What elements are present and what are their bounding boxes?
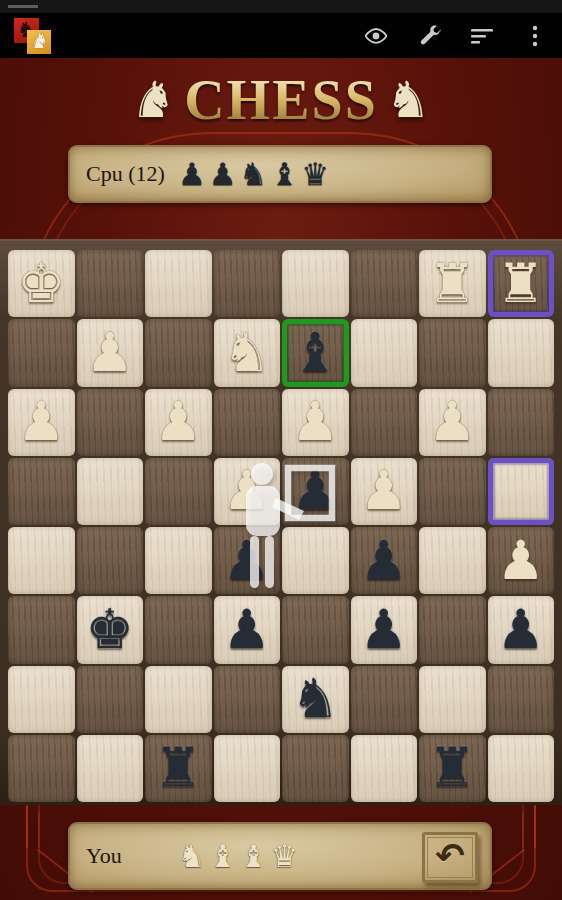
square-c3[interactable] — [145, 596, 212, 663]
captured-black-bishop: ♝ — [270, 159, 298, 190]
wrench-icon[interactable] — [416, 23, 442, 49]
square-f6[interactable] — [351, 389, 418, 456]
square-e8[interactable] — [282, 250, 349, 317]
square-f8[interactable] — [351, 250, 418, 317]
game-header: ♞ CHESS ♞ — [0, 58, 562, 142]
square-h5[interactable] — [488, 458, 555, 525]
undo-arrow-icon: ↶ — [435, 836, 464, 876]
square-g3[interactable] — [419, 596, 486, 663]
piece-black-bishop[interactable]: ♝ — [291, 326, 339, 380]
cpu-label: Cpu (12) — [86, 161, 178, 187]
captured-white-knight: ♞ — [178, 841, 206, 872]
square-e2[interactable]: ♞ — [282, 666, 349, 733]
white-knight-logo-icon: ♞ — [30, 31, 49, 52]
action-bar: ♞ ♞ — [0, 13, 562, 58]
square-b1[interactable] — [77, 735, 144, 802]
undo-button[interactable]: ↶ — [422, 832, 478, 883]
piece-white-pawn[interactable]: ♟ — [291, 395, 339, 449]
cpu-captured-tray: ♟♟♞♝♛ — [178, 159, 329, 190]
square-a3[interactable] — [8, 596, 75, 663]
piece-white-rook[interactable]: ♜ — [497, 257, 545, 311]
square-h6[interactable] — [488, 389, 555, 456]
square-c5[interactable] — [145, 458, 212, 525]
square-h4[interactable]: ♟ — [488, 527, 555, 594]
square-c1[interactable]: ♜ — [145, 735, 212, 802]
piece-black-pawn[interactable]: ♟ — [360, 534, 408, 588]
chess-app-screen: ♞ ♞ — [0, 0, 562, 900]
square-b3[interactable]: ♚ — [77, 596, 144, 663]
piece-white-king[interactable]: ♚ — [17, 257, 65, 311]
cpu-panel: Cpu (12) ♟♟♞♝♛ — [68, 145, 492, 203]
square-g4[interactable] — [419, 527, 486, 594]
square-h8[interactable]: ♜ — [488, 250, 555, 317]
piece-white-pawn[interactable]: ♟ — [428, 395, 476, 449]
square-h2[interactable] — [488, 666, 555, 733]
square-a7[interactable] — [8, 319, 75, 386]
moves-list-icon[interactable] — [469, 23, 495, 49]
square-g5[interactable] — [419, 458, 486, 525]
square-c4[interactable] — [145, 527, 212, 594]
piece-white-pawn[interactable]: ♟ — [497, 534, 545, 588]
square-a1[interactable] — [8, 735, 75, 802]
square-g2[interactable] — [419, 666, 486, 733]
square-c2[interactable] — [145, 666, 212, 733]
captured-black-knight: ♞ — [240, 159, 268, 190]
square-f4[interactable]: ♟ — [351, 527, 418, 594]
square-a6[interactable]: ♟ — [8, 389, 75, 456]
square-a5[interactable] — [8, 458, 75, 525]
you-label: You — [86, 843, 178, 869]
square-e7[interactable]: ♝ — [282, 319, 349, 386]
left-knight-icon: ♞ — [131, 75, 176, 125]
square-h3[interactable]: ♟ — [488, 596, 555, 663]
piece-white-pawn[interactable]: ♟ — [154, 395, 202, 449]
square-e3[interactable] — [282, 596, 349, 663]
app-logo-icon: ♞ ♞ — [14, 18, 51, 54]
you-captured-tray: ♞♝♝♛ — [178, 841, 298, 872]
square-d2[interactable] — [214, 666, 281, 733]
right-knight-icon: ♞ — [386, 75, 431, 125]
square-f5[interactable]: ♟ — [351, 458, 418, 525]
piece-black-rook[interactable]: ♜ — [428, 741, 476, 795]
page-title: CHESS — [184, 68, 378, 132]
square-a8[interactable]: ♚ — [8, 250, 75, 317]
square-b8[interactable] — [77, 250, 144, 317]
piece-white-pawn[interactable]: ♟ — [360, 464, 408, 518]
square-e6[interactable]: ♟ — [282, 389, 349, 456]
square-c6[interactable]: ♟ — [145, 389, 212, 456]
square-b6[interactable] — [77, 389, 144, 456]
square-a4[interactable] — [8, 527, 75, 594]
captured-white-bishop: ♝ — [240, 841, 268, 872]
overflow-menu-icon[interactable] — [522, 23, 548, 49]
square-b7[interactable]: ♟ — [77, 319, 144, 386]
square-b2[interactable] — [77, 666, 144, 733]
square-d6[interactable] — [214, 389, 281, 456]
square-g8[interactable]: ♜ — [419, 250, 486, 317]
piece-black-knight[interactable]: ♞ — [291, 672, 339, 726]
piece-black-pawn[interactable]: ♟ — [223, 603, 271, 657]
square-f2[interactable] — [351, 666, 418, 733]
captured-black-pawn: ♟ — [209, 159, 237, 190]
captured-white-bishop: ♝ — [209, 841, 237, 872]
square-g6[interactable]: ♟ — [419, 389, 486, 456]
piece-white-knight[interactable]: ♞ — [223, 326, 271, 380]
square-f1[interactable] — [351, 735, 418, 802]
square-g1[interactable]: ♜ — [419, 735, 486, 802]
captured-black-queen: ♛ — [301, 159, 329, 190]
square-d1[interactable] — [214, 735, 281, 802]
square-h1[interactable] — [488, 735, 555, 802]
captured-white-queen: ♛ — [270, 841, 298, 872]
status-bar — [0, 0, 562, 13]
piece-black-pawn[interactable]: ♟ — [360, 603, 408, 657]
square-c7[interactable] — [145, 319, 212, 386]
notification-dash — [8, 5, 38, 8]
square-b4[interactable] — [77, 527, 144, 594]
square-d7[interactable]: ♞ — [214, 319, 281, 386]
piece-black-rook[interactable]: ♜ — [154, 741, 202, 795]
captured-black-pawn: ♟ — [178, 159, 206, 190]
eye-icon[interactable] — [363, 23, 389, 49]
square-b5[interactable] — [77, 458, 144, 525]
square-f7[interactable] — [351, 319, 418, 386]
piece-white-pawn[interactable]: ♟ — [86, 326, 134, 380]
square-c8[interactable] — [145, 250, 212, 317]
square-h7[interactable] — [488, 319, 555, 386]
piece-black-pawn[interactable]: ♟ — [497, 603, 545, 657]
piece-black-king[interactable]: ♚ — [86, 603, 134, 657]
square-d8[interactable] — [214, 250, 281, 317]
piece-white-rook[interactable]: ♜ — [428, 257, 476, 311]
you-panel: You ♞♝♝♛ ↶ — [68, 822, 492, 890]
cpu-thinking-presenter-icon — [236, 454, 336, 598]
piece-white-pawn[interactable]: ♟ — [17, 395, 65, 449]
square-g7[interactable] — [419, 319, 486, 386]
square-d3[interactable]: ♟ — [214, 596, 281, 663]
square-e1[interactable] — [282, 735, 349, 802]
square-f3[interactable]: ♟ — [351, 596, 418, 663]
square-a2[interactable] — [8, 666, 75, 733]
